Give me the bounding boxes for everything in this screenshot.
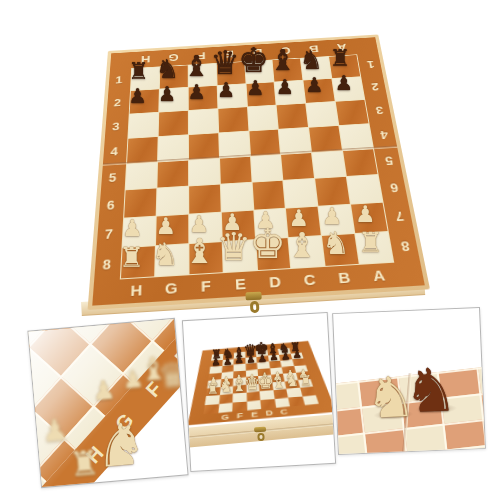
square <box>221 211 254 241</box>
rank-label: 2 <box>106 90 129 115</box>
square <box>160 65 188 88</box>
file-label: H <box>119 277 155 304</box>
piece-light-queen: ♛ <box>242 375 263 394</box>
square <box>322 234 359 266</box>
piece-dark-knight: ♞ <box>274 342 295 356</box>
rank-label: 2 <box>362 75 388 99</box>
square <box>217 84 246 108</box>
square <box>315 177 350 206</box>
inset-knights-photo: ♞♞ <box>332 307 486 455</box>
piece-dark-pawn: ♟ <box>252 352 273 363</box>
file-label: B <box>299 40 329 58</box>
square <box>157 187 188 216</box>
square <box>128 112 158 137</box>
piece-light-bishop: ♝ <box>229 378 250 395</box>
square <box>189 242 222 274</box>
square <box>246 82 276 106</box>
square <box>189 185 221 214</box>
square <box>356 232 393 264</box>
square <box>289 236 325 268</box>
square <box>189 109 218 134</box>
square <box>309 126 342 152</box>
file-label: F <box>188 47 216 65</box>
inset2-clasp-loop-icon <box>257 433 264 441</box>
square <box>127 137 158 163</box>
inset-closeup-photo: HGFE ♟♜♞♟♟♝♛ <box>27 318 188 488</box>
square <box>221 183 253 212</box>
file-label: G <box>159 49 187 67</box>
square <box>220 156 251 184</box>
square <box>251 155 283 183</box>
piece-dark-pawn: ♟ <box>264 351 285 362</box>
clasp-loop-icon <box>249 301 259 313</box>
piece-light-knight: ♞ <box>215 380 236 396</box>
file-label: C <box>271 42 301 60</box>
piece-light-bishop: ♝ <box>136 352 171 387</box>
square <box>286 207 321 237</box>
rank-label: 5 <box>375 147 404 175</box>
square <box>157 160 188 188</box>
square <box>277 103 308 128</box>
file-label: D <box>243 44 272 62</box>
file-label: H <box>131 50 160 68</box>
square <box>343 149 377 176</box>
piece-dark-knight: ♞ <box>399 359 461 421</box>
square <box>156 215 188 245</box>
square <box>189 213 221 243</box>
piece-dark-king: ♚ <box>251 341 272 358</box>
inset2-clasp-plate-icon <box>254 427 266 433</box>
square <box>256 238 291 270</box>
piece-dark-bishop: ♝ <box>229 345 250 360</box>
piece-light-rook: ♜ <box>202 382 223 397</box>
square <box>273 58 303 81</box>
clasp-plate-icon <box>245 292 261 301</box>
piece-light-king: ♚ <box>255 372 276 392</box>
square <box>254 209 288 239</box>
inset-folded-board-photo: GFEDC ♜♞♝♛♚♝♞♜♟♟♟♟♟♟♟♟♟♟♟♟♟♟♟♟♜♞♝♛♚♝♞♜ <box>182 312 336 472</box>
square <box>159 111 188 136</box>
piece-light-knight: ♞ <box>282 374 303 390</box>
square <box>245 60 274 83</box>
square <box>312 151 346 178</box>
rank-label: 5 <box>100 164 125 192</box>
piece-light-pawn: ♟ <box>267 370 288 382</box>
piece-light-pawn: ♟ <box>280 369 301 381</box>
square <box>275 80 306 104</box>
square <box>247 105 278 130</box>
piece-light-knight: ♞ <box>362 368 420 426</box>
square <box>188 64 216 87</box>
clasp-latch <box>244 292 263 317</box>
square <box>336 100 369 125</box>
piece-light-pawn: ♟ <box>216 375 237 387</box>
square <box>218 107 248 132</box>
piece-dark-pawn: ♟ <box>206 356 227 367</box>
square <box>124 189 156 218</box>
rank-label: 6 <box>98 190 124 220</box>
rank-label: 1 <box>107 68 130 92</box>
piece-light-pawn: ♟ <box>90 376 118 404</box>
square <box>347 175 382 204</box>
rank-label: 8 <box>93 248 120 281</box>
piece-dark-rook: ♜ <box>206 349 227 362</box>
square <box>249 129 280 155</box>
inset3-pieces-layer: ♞♞ <box>333 308 485 454</box>
square <box>188 86 217 110</box>
square <box>332 77 364 101</box>
square <box>304 79 335 103</box>
square <box>306 102 338 127</box>
file-label: E <box>215 45 244 63</box>
rank-label: 3 <box>104 114 128 140</box>
piece-dark-knight: ♞ <box>218 347 239 361</box>
piece-light-knight: ♞ <box>89 414 152 477</box>
square <box>159 87 188 111</box>
square <box>339 124 373 150</box>
piece-dark-pawn: ♟ <box>229 354 250 365</box>
piece-light-pawn: ♟ <box>39 415 72 448</box>
chessboard: 1122334455667788HHGGFFEEDDCCBBAA <box>88 34 430 310</box>
piece-light-pawn: ♟ <box>293 368 314 380</box>
square <box>123 217 156 248</box>
square <box>219 131 250 157</box>
piece-light-pawn: ♟ <box>255 371 276 383</box>
square <box>319 205 355 235</box>
file-label: F <box>188 273 223 300</box>
board-squares-grid <box>120 54 394 279</box>
piece-light-pawn: ♟ <box>203 376 224 388</box>
square <box>131 67 159 90</box>
rank-label: 3 <box>366 98 393 123</box>
square <box>281 153 314 180</box>
square <box>155 244 188 276</box>
square <box>130 89 159 113</box>
piece-light-rook: ♜ <box>66 445 103 482</box>
square <box>301 57 331 80</box>
rank-label: 7 <box>95 219 122 250</box>
rank-label: 4 <box>370 122 398 149</box>
piece-light-bishop: ♝ <box>269 374 290 391</box>
square <box>329 55 360 78</box>
piece-light-pawn: ♟ <box>120 367 146 393</box>
square <box>217 62 246 85</box>
file-label: G <box>154 275 189 302</box>
file-label: B <box>326 265 364 291</box>
rank-label: 1 <box>358 53 384 76</box>
piece-dark-bishop: ♝ <box>262 342 283 357</box>
piece-light-pawn: ♟ <box>242 372 263 384</box>
piece-dark-pawn: ♟ <box>241 353 262 364</box>
piece-dark-pawn: ♟ <box>217 355 238 366</box>
file-label: C <box>291 267 328 293</box>
square <box>189 158 220 186</box>
square <box>252 181 285 210</box>
square <box>351 203 387 233</box>
piece-dark-pawn: ♟ <box>287 349 308 360</box>
square <box>126 162 157 190</box>
piece-dark-pawn: ♟ <box>275 350 296 361</box>
file-label: D <box>257 269 293 295</box>
square <box>279 127 311 153</box>
file-label: A <box>327 39 358 57</box>
square <box>222 240 256 272</box>
square <box>158 135 188 161</box>
file-label: A <box>360 263 399 289</box>
piece-light-rook: ♜ <box>295 373 316 388</box>
inset2-clasp-icon <box>253 427 268 444</box>
square <box>284 179 318 208</box>
inset2-pieces-layer: ♜♞♝♛♚♝♞♜♟♟♟♟♟♟♟♟♟♟♟♟♟♟♟♟♜♞♝♛♚♝♞♜ <box>183 313 335 471</box>
piece-light-pawn: ♟ <box>229 374 250 386</box>
piece-dark-queen: ♛ <box>240 342 261 358</box>
square <box>121 246 155 278</box>
inset1-pieces-layer: ♟♜♞♟♟♝♛ <box>28 319 187 487</box>
square <box>189 133 219 159</box>
piece-dark-rook: ♜ <box>285 341 306 354</box>
rank-label: 4 <box>102 138 127 165</box>
